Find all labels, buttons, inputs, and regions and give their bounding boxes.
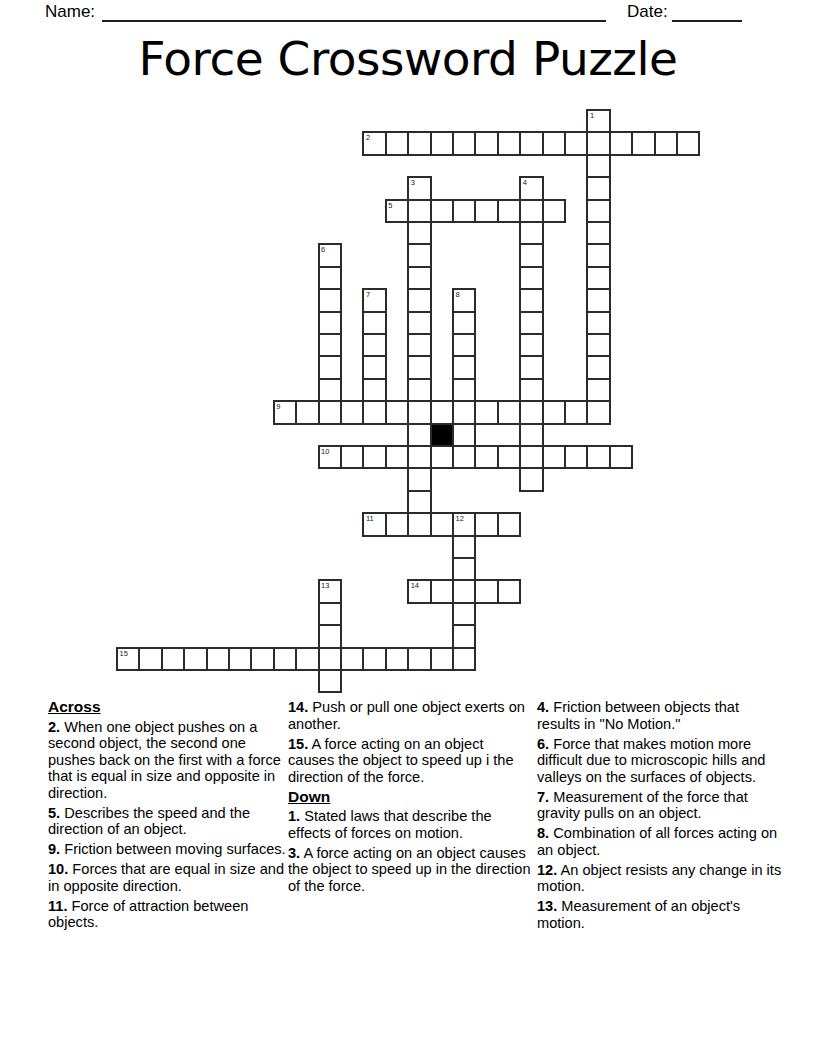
grid-cell-r24c1[interactable] [138,647,162,671]
clue-down-8: 8. Combination of all forces acting on a… [537,825,783,858]
grid-cell-r10c21[interactable] [586,333,610,357]
clue-number: 8. [537,825,549,841]
grid-cell-r18c12[interactable] [385,512,409,536]
grid-cell-r21c13[interactable]: 14 [407,579,431,603]
grid-cell-r13c14[interactable] [430,400,454,424]
grid-cell-r14c15[interactable] [452,423,476,447]
grid-cell-r11c18[interactable] [519,355,543,379]
grid-cell-r13c19[interactable] [542,400,566,424]
grid-cell-r6c18[interactable] [519,243,543,267]
cell-number-13: 13 [321,581,329,590]
clue-number: 3. [288,845,300,861]
grid-cell-r15c12[interactable] [385,445,409,469]
grid-cell-r24c9[interactable] [318,647,342,671]
clue-number: 15. [288,736,308,752]
grid-cell-r1c19[interactable] [542,131,566,155]
clue-number: 14. [288,699,308,715]
date-input-line[interactable] [672,1,742,22]
grid-cell-r6c13[interactable] [407,243,431,267]
grid-cell-r18c17[interactable] [497,512,521,536]
grid-cell-r11c21[interactable] [586,355,610,379]
grid-cell-r12c21[interactable] [586,378,610,402]
clue-text: An object resists any change in its moti… [537,862,781,895]
grid-cell-r8c21[interactable] [586,288,610,312]
grid-cell-r9c15[interactable] [452,311,476,335]
grid-cell-r11c15[interactable] [452,355,476,379]
clue-number: 1. [288,808,300,824]
grid-cell-r15c19[interactable] [542,445,566,469]
grid-cell-r18c11[interactable]: 11 [362,512,386,536]
grid-cell-r4c16[interactable] [474,199,498,223]
cell-number-4: 4 [523,178,527,187]
clue-text: Force that makes motion more difficult d… [537,736,765,785]
grid-cell-r23c15[interactable] [452,624,476,648]
cell-number-12: 12 [456,514,464,523]
grid-cell-r14c18[interactable] [519,423,543,447]
clue-text: When one object pushes on a second objec… [48,719,281,801]
clue-down-1: 1. Stated laws that describe the effects… [288,808,531,841]
clue-across-15: 15. A force acting on an object causes t… [288,736,531,786]
cell-number-14: 14 [411,581,419,590]
clue-text: Describes the speed and the direction of… [48,805,250,838]
grid-cell-r20c15[interactable] [452,557,476,581]
grid-cell-r1c13[interactable] [407,131,431,155]
grid-cell-r7c13[interactable] [407,266,431,290]
clue-down-3: 3. A force acting on an object causes th… [288,845,531,895]
grid-cell-r15c13[interactable] [407,445,431,469]
grid-cell-r24c8[interactable] [295,647,319,671]
crossword-grid: 123456789101112131415 [117,110,702,695]
grid-cell-r8c13[interactable] [407,288,431,312]
grid-cell-r10c15[interactable] [452,333,476,357]
grid-cell-r8c15[interactable]: 8 [452,288,476,312]
cell-number-11: 11 [366,514,374,523]
grid-cell-r9c13[interactable] [407,311,431,335]
grid-cell-r15c9[interactable]: 10 [318,445,342,469]
clue-text: Friction between objects that results in… [537,699,739,732]
grid-cell-r3c18[interactable]: 4 [519,176,543,200]
grid-cell-r13c18[interactable] [519,400,543,424]
grid-cell-r8c9[interactable] [318,288,342,312]
grid-cell-r14c13[interactable] [407,423,431,447]
clue-down-4: 4. Friction between objects that results… [537,699,783,732]
clue-number: 12. [537,862,557,878]
clue-number: 2. [48,719,60,735]
grid-cell-r15c21[interactable] [586,445,610,469]
clue-across-14: 14. Push or pull one object exerts on an… [288,699,531,732]
grid-cell-r1c15[interactable] [452,131,476,155]
grid-cell-r4c13[interactable] [407,199,431,223]
grid-cell-r6c9[interactable]: 6 [318,243,342,267]
clue-number: 4. [537,699,549,715]
clue-across-10: 10. Forces that are equal in size and in… [48,861,286,894]
grid-cell-r15c20[interactable] [564,445,588,469]
cell-number-8: 8 [456,290,460,299]
grid-cell-r22c9[interactable] [318,602,342,626]
grid-cell-r24c12[interactable] [385,647,409,671]
grid-cell-r24c15[interactable] [452,647,476,671]
grid-cell-r7c18[interactable] [519,266,543,290]
clue-number: 6. [537,736,549,752]
grid-cell-r9c11[interactable] [362,311,386,335]
grid-cell-r2c21[interactable] [586,154,610,178]
grid-cell-r25c9[interactable] [318,669,342,693]
grid-cell-r13c9[interactable] [318,400,342,424]
clue-down-7: 7. Measurement of the force that gravity… [537,789,783,822]
grid-cell-r15c15[interactable] [452,445,476,469]
grid-cell-r5c21[interactable] [586,221,610,245]
grid-cell-r13c10[interactable] [340,400,364,424]
grid-cell-r9c21[interactable] [586,311,610,335]
grid-cell-r22c15[interactable] [452,602,476,626]
grid-cell-r1c24[interactable] [654,131,678,155]
grid-cell-r18c14[interactable] [430,512,454,536]
grid-cell-r24c6[interactable] [250,647,274,671]
grid-cell-r7c9[interactable] [318,266,342,290]
clues-column-3: 4. Friction between objects that results… [537,699,783,935]
clue-down-6: 6. Force that makes motion more difficul… [537,736,783,786]
page-title: Force Crossword Puzzle [0,31,816,86]
cell-number-6: 6 [321,245,325,254]
clue-text: Combination of all forces acting on an o… [537,825,777,858]
clue-text: Forces that are equal in size and in opp… [48,861,284,894]
grid-cell-r10c9[interactable] [318,333,342,357]
grid-cell-r13c12[interactable] [385,400,409,424]
cell-number-3: 3 [411,178,415,187]
grid-cell-r24c2[interactable] [161,647,185,671]
grid-cell-r1c12[interactable] [385,131,409,155]
grid-cell-r1c20[interactable] [564,131,588,155]
grid-cell-r13c17[interactable] [497,400,521,424]
clue-down-13: 13. Measurement of an object's motion. [537,898,783,931]
grid-cell-r13c21[interactable] [586,400,610,424]
grid-cell-r1c25[interactable] [676,131,700,155]
grid-cell-r8c11[interactable]: 7 [362,288,386,312]
grid-cell-r13c8[interactable] [295,400,319,424]
grid-cell-r12c11[interactable] [362,378,386,402]
grid-cell-r4c14[interactable] [430,199,454,223]
grid-cell-r17c13[interactable] [407,490,431,514]
cell-number-5: 5 [388,201,392,210]
grid-cell-r15c22[interactable] [609,445,633,469]
cell-number-9: 9 [276,402,280,411]
grid-cell-r11c9[interactable] [318,355,342,379]
grid-cell-r1c22[interactable] [609,131,633,155]
grid-cell-r12c13[interactable] [407,378,431,402]
grid-cell-r1c21[interactable] [586,131,610,155]
grid-cell-r16c13[interactable] [407,467,431,491]
grid-cell-r1c17[interactable] [497,131,521,155]
grid-cell-r23c9[interactable] [318,624,342,648]
clue-text: Measurement of an object's motion. [537,898,740,931]
cell-number-7: 7 [366,290,370,299]
grid-cell-r18c15[interactable]: 12 [452,512,476,536]
grid-cell-r4c12[interactable]: 5 [385,199,409,223]
grid-cell-r24c7[interactable] [273,647,297,671]
clues-column-1: Across2. When one object pushes on a sec… [48,699,286,934]
grid-cell-r10c13[interactable] [407,333,431,357]
grid-cell-r16c18[interactable] [519,467,543,491]
grid-cell-r10c18[interactable] [519,333,543,357]
grid-cell-r12c15[interactable] [452,378,476,402]
cell-number-10: 10 [321,447,329,456]
black-cell [430,423,454,447]
grid-cell-r18c16[interactable] [474,512,498,536]
grid-cell-r24c13[interactable] [407,647,431,671]
grid-cell-r19c15[interactable] [452,535,476,559]
clues-column-2: 14. Push or pull one object exerts on an… [288,699,531,898]
clue-across-11: 11. Force of attraction between objects. [48,898,286,931]
down-clues-header: Down [288,789,531,806]
grid-cell-r1c18[interactable] [519,131,543,155]
grid-cell-r3c13[interactable]: 3 [407,176,431,200]
clue-number: 10. [48,861,68,877]
clue-text: A force acting on an object causes the o… [288,845,531,894]
clue-number: 5. [48,805,60,821]
across-clues-header: Across [48,699,286,716]
grid-cell-r4c19[interactable] [542,199,566,223]
grid-cell-r21c14[interactable] [430,579,454,603]
clue-number: 9. [48,841,60,857]
grid-cell-r21c17[interactable] [497,579,521,603]
grid-cell-r21c16[interactable] [474,579,498,603]
name-label: Name: [45,2,95,22]
grid-cell-r8c18[interactable] [519,288,543,312]
name-input-line[interactable] [102,1,606,22]
cell-number-2: 2 [366,133,370,142]
grid-cell-r24c0[interactable]: 15 [116,647,140,671]
grid-cell-r13c20[interactable] [564,400,588,424]
grid-cell-r18c13[interactable] [407,512,431,536]
date-label: Date: [627,2,668,22]
grid-cell-r6c21[interactable] [586,243,610,267]
grid-cell-r11c11[interactable] [362,355,386,379]
clue-text: Stated laws that describe the effects of… [288,808,492,841]
clue-text: Force of attraction between objects. [48,898,248,931]
cell-number-1: 1 [590,111,594,120]
grid-cell-r1c23[interactable] [631,131,655,155]
clue-number: 13. [537,898,557,914]
grid-cell-r11c13[interactable] [407,355,431,379]
grid-cell-r13c11[interactable] [362,400,386,424]
grid-cell-r15c17[interactable] [497,445,521,469]
grid-cell-r15c16[interactable] [474,445,498,469]
grid-cell-r24c14[interactable] [430,647,454,671]
grid-cell-r21c15[interactable] [452,579,476,603]
grid-cell-r13c13[interactable] [407,400,431,424]
clue-number: 11. [48,898,67,914]
grid-cell-r13c7[interactable]: 9 [273,400,297,424]
grid-cell-r1c16[interactable] [474,131,498,155]
grid-cell-r7c21[interactable] [586,266,610,290]
clue-across-9: 9. Friction between moving surfaces. [48,841,286,858]
clue-across-5: 5. Describes the speed and the direction… [48,805,286,838]
worksheet-page: Name: Date: Force Crossword Puzzle 12345… [0,0,816,1056]
clue-text: Friction between moving surfaces. [60,841,286,857]
grid-cell-r15c18[interactable] [519,445,543,469]
grid-cell-r24c4[interactable] [206,647,230,671]
grid-cell-r24c10[interactable] [340,647,364,671]
clue-across-2: 2. When one object pushes on a second ob… [48,719,286,802]
grid-cell-r9c18[interactable] [519,311,543,335]
grid-cell-r10c11[interactable] [362,333,386,357]
grid-cell-r5c13[interactable] [407,221,431,245]
grid-cell-r24c3[interactable] [183,647,207,671]
grid-cell-r4c17[interactable] [497,199,521,223]
grid-cell-r12c18[interactable] [519,378,543,402]
grid-cell-r5c18[interactable] [519,221,543,245]
grid-cell-r15c14[interactable] [430,445,454,469]
clue-text: A force acting on an object causes the o… [288,736,514,785]
clue-text: Measurement of the force that gravity pu… [537,789,748,822]
grid-cell-r15c11[interactable] [362,445,386,469]
grid-cell-r0c21[interactable]: 1 [586,109,610,133]
grid-cell-r1c11[interactable]: 2 [362,131,386,155]
clue-number: 7. [537,789,549,805]
grid-cell-r13c15[interactable] [452,400,476,424]
grid-cell-r3c21[interactable] [586,176,610,200]
grid-cell-r4c21[interactable] [586,199,610,223]
grid-cell-r21c9[interactable]: 13 [318,579,342,603]
grid-cell-r15c10[interactable] [340,445,364,469]
grid-cell-r24c5[interactable] [228,647,252,671]
grid-cell-r12c9[interactable] [318,378,342,402]
grid-cell-r24c11[interactable] [362,647,386,671]
grid-cell-r4c18[interactable] [519,199,543,223]
grid-cell-r1c14[interactable] [430,131,454,155]
grid-cell-r13c16[interactable] [474,400,498,424]
clue-text: Push or pull one object exerts on anothe… [288,699,525,732]
cell-number-15: 15 [120,649,128,658]
grid-cell-r9c9[interactable] [318,311,342,335]
grid-cell-r4c15[interactable] [452,199,476,223]
clue-down-12: 12. An object resists any change in its … [537,862,783,895]
